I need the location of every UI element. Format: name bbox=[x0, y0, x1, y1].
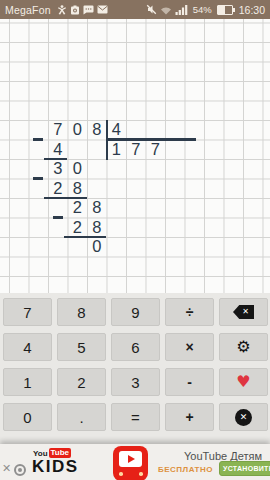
division-cell: 4 bbox=[107, 120, 127, 140]
person-icon bbox=[57, 5, 67, 15]
key-plus[interactable]: + bbox=[165, 403, 214, 431]
key-0[interactable]: 0 bbox=[3, 403, 52, 431]
key-3[interactable]: 3 bbox=[111, 368, 160, 396]
key-4[interactable]: 4 bbox=[3, 333, 52, 361]
status-bar: MegaFon 54% 16:30 bbox=[0, 0, 270, 19]
key-7[interactable]: 7 bbox=[3, 298, 52, 326]
division-rule-line bbox=[64, 236, 107, 239]
key-6[interactable]: 6 bbox=[111, 333, 160, 361]
backspace-icon: ✕ bbox=[233, 305, 254, 319]
division-cell: 3 bbox=[48, 159, 68, 179]
minus-sign bbox=[29, 138, 49, 142]
app-icon-dot-right bbox=[139, 472, 143, 476]
signal-icon bbox=[175, 4, 188, 15]
division-cell: 2 bbox=[48, 179, 68, 199]
battery-percent: 54% bbox=[193, 4, 212, 15]
division-cell: 0 bbox=[87, 237, 107, 257]
division-cell: 0 bbox=[68, 159, 88, 179]
app-icon-screen bbox=[119, 451, 142, 467]
key-minus[interactable]: - bbox=[165, 368, 214, 396]
ad-info-icon[interactable] bbox=[14, 464, 26, 476]
division-cell: 7 bbox=[48, 120, 68, 140]
division-rule-line bbox=[44, 158, 66, 161]
division-cell: 8 bbox=[87, 198, 107, 218]
kids-wordmark: KIDS bbox=[32, 457, 79, 477]
heart-icon: ♥ bbox=[236, 374, 250, 390]
keypad: 789÷✕456×⚙123-♥0.=+✕ bbox=[0, 293, 270, 444]
free-badge: БЕСПЛАТНО bbox=[158, 465, 213, 474]
screenshot-icon bbox=[70, 5, 80, 15]
key-9[interactable]: 9 bbox=[111, 298, 160, 326]
division-rule-line bbox=[107, 138, 197, 141]
minus-sign bbox=[29, 177, 49, 181]
key-settings[interactable]: ⚙ bbox=[219, 333, 268, 361]
gear-icon: ⚙ bbox=[236, 339, 250, 355]
division-cell: 4 bbox=[48, 140, 68, 160]
play-icon bbox=[128, 455, 135, 463]
wifi-icon bbox=[160, 5, 172, 15]
division-cell: 8 bbox=[87, 120, 107, 140]
install-button[interactable]: УСТАНОВИТЬ bbox=[219, 461, 270, 476]
key-dot[interactable]: . bbox=[57, 403, 106, 431]
division-cell: 0 bbox=[68, 120, 88, 140]
division-cell: 7 bbox=[146, 140, 166, 160]
minus-sign bbox=[48, 216, 68, 220]
key-2[interactable]: 2 bbox=[57, 368, 106, 396]
key-close[interactable]: ✕ bbox=[219, 403, 268, 431]
key-divide[interactable]: ÷ bbox=[165, 298, 214, 326]
phone-screen: MegaFon 54% 16:30 70844177302828280 789÷… bbox=[0, 0, 270, 480]
ad-close-icon[interactable]: ✕ bbox=[2, 463, 11, 474]
mail-icon bbox=[97, 5, 108, 14]
division-cell: 7 bbox=[126, 140, 146, 160]
key-8[interactable]: 8 bbox=[57, 298, 106, 326]
division-cell: 2 bbox=[68, 198, 88, 218]
key-favorite[interactable]: ♥ bbox=[219, 368, 268, 396]
graph-paper: 70844177302828280 bbox=[0, 19, 270, 293]
division-cell: 8 bbox=[68, 179, 88, 199]
division-cell: 8 bbox=[87, 218, 107, 238]
carrier-label: MegaFon bbox=[5, 4, 51, 16]
youtube-kids-app-icon[interactable] bbox=[113, 446, 148, 480]
key-backspace[interactable]: ✕ bbox=[219, 298, 268, 326]
division-rule-line bbox=[44, 197, 87, 200]
key-equals[interactable]: = bbox=[111, 403, 160, 431]
key-1[interactable]: 1 bbox=[3, 368, 52, 396]
division-board: 70844177302828280 bbox=[0, 19, 270, 293]
battery-icon bbox=[217, 5, 233, 15]
app-icon-dot-left bbox=[119, 472, 123, 476]
clock: 16:30 bbox=[239, 4, 265, 16]
ad-banner: ✕ You Tube KIDS YouTube Детям БЕСПЛАТНО … bbox=[0, 444, 270, 480]
division-cell: 2 bbox=[68, 218, 88, 238]
division-cell: 1 bbox=[107, 140, 127, 160]
key-multiply[interactable]: × bbox=[165, 333, 214, 361]
chat-icon bbox=[83, 5, 94, 15]
mute-icon bbox=[146, 4, 157, 15]
close-circle-icon: ✕ bbox=[235, 409, 252, 426]
key-5[interactable]: 5 bbox=[57, 333, 106, 361]
